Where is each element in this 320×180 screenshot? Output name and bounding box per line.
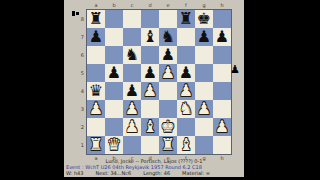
piece-white-pawn: ♟ [161,64,175,82]
file-label: d [141,2,159,8]
square-g8[interactable]: ♚ [195,10,213,28]
square-a7[interactable]: ♟ [87,28,105,46]
square-b2[interactable] [105,118,123,136]
file-label: f [177,2,195,8]
rank-label: 1 [76,136,84,154]
file-labels-top: abcdefgh [87,2,231,8]
chess-board[interactable]: ♜♜♚♟♝♞♟♟♞♟♟♟♟♟♛♟♟♟♟♟♞♟♟♝♚♟♜♛♜♝ [86,9,232,155]
square-f1[interactable]: ♝ [177,136,195,154]
square-a8[interactable]: ♜ [87,10,105,28]
file-label: b [105,2,123,8]
square-b3[interactable] [105,100,123,118]
piece-black-pawn: ♟ [179,64,193,82]
square-e6[interactable]: ♟ [159,46,177,64]
square-e2[interactable]: ♚ [159,118,177,136]
piece-white-knight: ♞ [179,100,193,118]
square-a1[interactable]: ♜ [87,136,105,154]
file-label: c [123,2,141,8]
square-a2[interactable] [87,118,105,136]
piece-white-pawn: ♟ [179,82,193,100]
square-f8[interactable]: ♜ [177,10,195,28]
square-h6[interactable] [213,46,231,64]
square-g4[interactable] [195,82,213,100]
indicator-block [72,11,75,16]
piece-black-pawn: ♟ [143,64,157,82]
square-d6[interactable] [141,46,159,64]
rank-label: 7 [76,28,84,46]
rank-label: 5 [76,64,84,82]
piece-black-pawn: ♟ [197,28,211,46]
square-h2[interactable]: ♟ [213,118,231,136]
square-h5[interactable] [213,64,231,82]
status-item: Material: = [182,170,210,176]
square-c3[interactable]: ♟ [123,100,141,118]
piece-black-rook: ♜ [179,10,193,28]
file-label: h [213,2,231,8]
rank-label: 8 [76,10,84,28]
piece-black-bishop: ♝ [143,28,157,46]
file-label: g [195,2,213,8]
piece-black-pawn: ♟ [215,28,229,46]
file-label: e [159,2,177,8]
piece-white-rook: ♜ [161,136,175,154]
piece-black-pawn: ♟ [125,82,139,100]
square-f2[interactable] [177,118,195,136]
square-e8[interactable] [159,10,177,28]
piece-white-bishop: ♝ [143,118,157,136]
square-c8[interactable] [123,10,141,28]
rank-labels: 87654321 [76,10,84,154]
square-c2[interactable]: ♟ [123,118,141,136]
square-c6[interactable]: ♞ [123,46,141,64]
piece-black-pawn: ♟ [107,64,121,82]
rank-label: 2 [76,118,84,136]
piece-white-pawn: ♟ [125,100,139,118]
square-f6[interactable] [177,46,195,64]
square-h4[interactable] [213,82,231,100]
piece-white-pawn: ♟ [125,118,139,136]
piece-white-pawn: ♟ [89,100,103,118]
square-e3[interactable] [159,100,177,118]
left-letterbox-bar [0,0,64,180]
rank-label: 4 [76,82,84,100]
right-letterbox-bar [244,0,320,180]
square-e4[interactable] [159,82,177,100]
square-b5[interactable]: ♟ [105,64,123,82]
square-f3[interactable]: ♞ [177,100,195,118]
square-c5[interactable] [123,64,141,82]
square-h8[interactable] [213,10,231,28]
square-a3[interactable]: ♟ [87,100,105,118]
piece-white-queen: ♛ [107,136,121,154]
piece-white-pawn: ♟ [215,118,229,136]
square-d3[interactable] [141,100,159,118]
square-e5[interactable]: ♟ [159,64,177,82]
square-g2[interactable] [195,118,213,136]
square-h1[interactable] [213,136,231,154]
square-g6[interactable] [195,46,213,64]
square-d4[interactable]: ♟ [141,82,159,100]
piece-black-knight: ♞ [125,46,139,64]
square-f5[interactable]: ♟ [177,64,195,82]
square-b1[interactable]: ♛ [105,136,123,154]
square-h3[interactable] [213,100,231,118]
square-h7[interactable]: ♟ [213,28,231,46]
status-item: W: h43 [66,170,83,176]
square-g7[interactable]: ♟ [195,28,213,46]
square-b7[interactable] [105,28,123,46]
status-item: Next: 34...Nc6 [95,170,131,176]
square-c7[interactable] [123,28,141,46]
square-g1[interactable] [195,136,213,154]
square-a6[interactable] [87,46,105,64]
square-d8[interactable] [141,10,159,28]
piece-black-pawn: ♟ [89,28,103,46]
status-line: W: h43Next: 34...Nc6Length: 46Material: … [66,170,242,176]
rank-label: 6 [76,46,84,64]
square-c1[interactable] [123,136,141,154]
material-black-pawn-icon: ♟ [230,64,240,76]
square-b4[interactable] [105,82,123,100]
game-info-footer: Lund, Jocke -- Portisch, Lajos (????) 0-… [66,158,242,176]
square-g3[interactable]: ♟ [195,100,213,118]
square-d5[interactable]: ♟ [141,64,159,82]
square-g5[interactable] [195,64,213,82]
piece-white-king: ♚ [161,118,175,136]
piece-black-rook: ♜ [89,10,103,28]
square-d2[interactable]: ♝ [141,118,159,136]
square-d7[interactable]: ♝ [141,28,159,46]
square-e1[interactable]: ♜ [159,136,177,154]
rank-label: 3 [76,100,84,118]
piece-white-bishop: ♝ [179,136,193,154]
piece-white-pawn: ♟ [143,82,157,100]
piece-black-pawn: ♟ [161,46,175,64]
square-c4[interactable]: ♟ [123,82,141,100]
file-label: a [87,2,105,8]
piece-black-queen: ♛ [89,82,103,100]
piece-white-rook: ♜ [89,136,103,154]
square-b6[interactable] [105,46,123,64]
piece-white-pawn: ♟ [197,100,211,118]
square-f7[interactable] [177,28,195,46]
square-f4[interactable]: ♟ [177,82,195,100]
square-a5[interactable] [87,64,105,82]
square-b8[interactable] [105,10,123,28]
board-frame: abcdefgh 87654321 ♜♜♚♟♝♞♟♟♞♟♟♟♟♟♛♟♟♟♟♟♞♟… [64,0,244,177]
square-a4[interactable]: ♛ [87,82,105,100]
square-e7[interactable]: ♞ [159,28,177,46]
square-d1[interactable] [141,136,159,154]
piece-black-knight: ♞ [161,28,175,46]
status-item: Length: 46 [143,170,170,176]
piece-black-king: ♚ [197,10,211,28]
